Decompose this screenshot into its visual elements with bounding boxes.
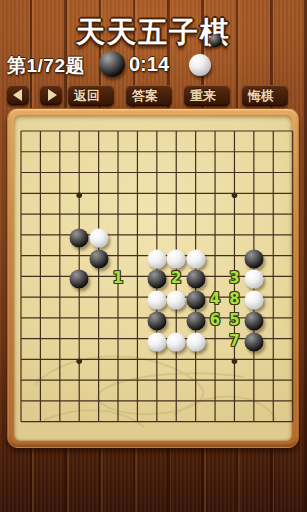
board-grid[interactable]: 12348657 — [8, 109, 300, 449]
white-stone — [244, 291, 263, 310]
app-title: 天天五子棋 — [0, 13, 307, 53]
undo-button[interactable]: 悔棋 — [242, 85, 288, 106]
problem-counter: 第1/72题 — [7, 53, 85, 79]
white-stone — [147, 249, 166, 268]
hint-move-number: 2 — [171, 271, 181, 286]
restart-button-label: 重来 — [190, 87, 216, 105]
white-stone — [89, 228, 108, 247]
white-stone — [147, 291, 166, 310]
app-screen: 天天五子棋 第1/72题 0:14 返回 答案 重来 悔棋 — [0, 0, 307, 512]
hint-move-number: 5 — [229, 312, 239, 327]
logo-stone-icon — [209, 34, 222, 47]
black-stone — [147, 270, 166, 289]
back-button-label: 返回 — [74, 87, 100, 105]
black-stone — [244, 249, 263, 268]
undo-button-label: 悔棋 — [248, 87, 274, 105]
white-stone-icon — [189, 54, 211, 76]
next-problem-button[interactable] — [40, 85, 62, 105]
white-stone — [186, 249, 205, 268]
black-stone — [70, 270, 89, 289]
black-stone — [70, 228, 89, 247]
left-arrow-icon — [13, 89, 22, 101]
hint-move-number: 4 — [210, 292, 220, 307]
black-stone — [89, 249, 108, 268]
answer-button-label: 答案 — [132, 87, 158, 105]
white-stone — [244, 270, 263, 289]
restart-button[interactable]: 重来 — [184, 85, 230, 106]
black-stone — [186, 270, 205, 289]
white-stone — [167, 291, 186, 310]
answer-button[interactable]: 答案 — [126, 85, 172, 106]
hint-move-number: 3 — [229, 271, 239, 286]
hint-move-number: 8 — [229, 292, 239, 307]
black-turn-stone-icon — [99, 51, 125, 77]
prev-problem-button[interactable] — [7, 85, 29, 105]
back-button[interactable]: 返回 — [68, 85, 114, 106]
white-stone — [167, 332, 186, 351]
board-frame: 12348657 — [7, 108, 299, 448]
white-stone — [167, 249, 186, 268]
hint-move-number: 7 — [229, 333, 239, 348]
right-arrow-icon — [48, 89, 57, 101]
timer: 0:14 — [129, 53, 169, 76]
white-stone — [147, 332, 166, 351]
black-stone — [244, 311, 263, 330]
black-stone — [244, 332, 263, 351]
hint-move-number: 6 — [210, 312, 220, 327]
black-stone — [186, 311, 205, 330]
white-stone — [186, 332, 205, 351]
black-stone — [186, 291, 205, 310]
status-bar: 第1/72题 0:14 — [0, 50, 307, 80]
black-stone — [147, 311, 166, 330]
hint-move-number: 1 — [113, 271, 123, 286]
